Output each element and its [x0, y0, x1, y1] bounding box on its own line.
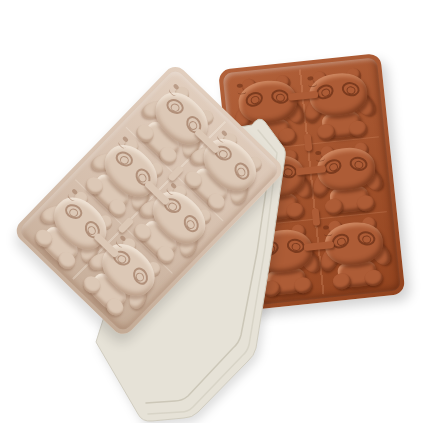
panda-eye-patch-icon: [113, 148, 135, 168]
panda-mouth-icon: [324, 229, 334, 237]
panda-eye-patch-icon: [341, 80, 362, 97]
panda-mouth-icon: [308, 79, 318, 87]
panda-eye-patch-icon: [63, 201, 85, 221]
panda-cavity: [304, 66, 375, 140]
cavity-cell: [316, 212, 395, 294]
panda-leg: [277, 127, 297, 145]
panda-eye-patch-icon: [349, 155, 370, 172]
panda-leg: [348, 119, 368, 137]
panda-cavity: [320, 216, 391, 290]
panda-leg: [253, 205, 273, 223]
panda-leg: [364, 269, 384, 287]
panda-eye-patch-icon: [131, 265, 152, 287]
panda-mouth-icon: [316, 154, 326, 162]
cavity-cell: [245, 219, 324, 301]
product-photo: [0, 0, 423, 423]
panda-cavity: [312, 141, 383, 215]
panda-cavity: [249, 223, 320, 297]
panda-leg: [261, 280, 281, 298]
panda-eye-patch-icon: [243, 89, 265, 109]
panda-eye-patch-icon: [322, 156, 344, 176]
panda-mouth-icon: [237, 87, 247, 95]
cavity-cell: [300, 62, 379, 144]
panda-eye-patch-icon: [232, 160, 253, 182]
panda-eye-patch-icon: [259, 239, 281, 259]
panda-leg: [332, 273, 352, 291]
panda-eye-patch-icon: [181, 212, 202, 234]
panda-leg: [356, 194, 376, 212]
cavity-cell: [308, 137, 387, 219]
panda-mouth-icon: [252, 237, 262, 245]
panda-eye-patch-icon: [164, 96, 186, 116]
panda-eye-patch-icon: [314, 82, 336, 102]
panda-eye-patch-icon: [356, 230, 377, 247]
panda-eye-patch-icon: [330, 231, 352, 251]
